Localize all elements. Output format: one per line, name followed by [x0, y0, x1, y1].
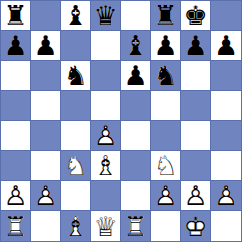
chess-board: ♖♜♗♝♕♛♖♜♔♚♙♟♙♟♗♝♙♟♙♟♙♟♘♞♙♟♘♞♟♙♞♘♝♗♞♘♟♙♟♙… — [0, 0, 242, 242]
square-d2[interactable] — [91, 181, 121, 211]
square-g3[interactable] — [181, 151, 211, 181]
black-knight[interactable]: ♘♞ — [151, 61, 180, 90]
black-pawn[interactable]: ♙♟ — [121, 61, 150, 90]
white-rook[interactable]: ♜♖ — [121, 211, 150, 241]
square-b7[interactable]: ♙♟ — [31, 31, 61, 61]
white-bishop[interactable]: ♝♗ — [61, 211, 90, 241]
square-a1[interactable]: ♜♖ — [1, 211, 31, 241]
square-h3[interactable] — [211, 151, 241, 181]
square-b2[interactable]: ♟♙ — [31, 181, 61, 211]
square-g4[interactable] — [181, 121, 211, 151]
black-bishop[interactable]: ♗♝ — [121, 31, 150, 60]
square-g1[interactable]: ♚♔ — [181, 211, 211, 241]
square-h7[interactable]: ♙♟ — [211, 31, 241, 61]
square-g2[interactable]: ♟♙ — [181, 181, 211, 211]
square-c2[interactable] — [61, 181, 91, 211]
square-e2[interactable] — [121, 181, 151, 211]
square-e4[interactable] — [121, 121, 151, 151]
square-d3[interactable]: ♝♗ — [91, 151, 121, 181]
black-queen[interactable]: ♕♛ — [91, 1, 120, 30]
white-pawn[interactable]: ♟♙ — [91, 121, 120, 150]
black-bishop[interactable]: ♗♝ — [61, 1, 90, 30]
white-queen[interactable]: ♛♕ — [91, 211, 120, 241]
square-f6[interactable]: ♘♞ — [151, 61, 181, 91]
black-rook[interactable]: ♖♜ — [1, 1, 30, 30]
white-rook[interactable]: ♜♖ — [1, 211, 30, 241]
square-c5[interactable] — [61, 91, 91, 121]
square-b5[interactable] — [31, 91, 61, 121]
black-pawn[interactable]: ♙♟ — [211, 31, 241, 60]
square-e1[interactable]: ♜♖ — [121, 211, 151, 241]
square-a2[interactable]: ♟♙ — [1, 181, 31, 211]
square-g7[interactable]: ♙♟ — [181, 31, 211, 61]
square-e6[interactable]: ♙♟ — [121, 61, 151, 91]
square-b8[interactable] — [31, 1, 61, 31]
white-pawn[interactable]: ♟♙ — [31, 181, 60, 210]
square-f8[interactable]: ♖♜ — [151, 1, 181, 31]
square-f7[interactable]: ♙♟ — [151, 31, 181, 61]
square-b6[interactable] — [31, 61, 61, 91]
square-f5[interactable] — [151, 91, 181, 121]
square-h1[interactable] — [211, 211, 241, 241]
square-c6[interactable]: ♘♞ — [61, 61, 91, 91]
square-d6[interactable] — [91, 61, 121, 91]
square-e7[interactable]: ♗♝ — [121, 31, 151, 61]
white-pawn[interactable]: ♟♙ — [181, 181, 210, 210]
square-a6[interactable] — [1, 61, 31, 91]
square-a4[interactable] — [1, 121, 31, 151]
square-g6[interactable] — [181, 61, 211, 91]
square-a7[interactable]: ♙♟ — [1, 31, 31, 61]
square-d8[interactable]: ♕♛ — [91, 1, 121, 31]
square-d4[interactable]: ♟♙ — [91, 121, 121, 151]
black-rook[interactable]: ♖♜ — [151, 1, 180, 30]
square-f2[interactable]: ♟♙ — [151, 181, 181, 211]
square-e5[interactable] — [121, 91, 151, 121]
square-c4[interactable] — [61, 121, 91, 151]
square-d5[interactable] — [91, 91, 121, 121]
square-d7[interactable] — [91, 31, 121, 61]
black-king[interactable]: ♔♚ — [181, 1, 210, 30]
square-b3[interactable] — [31, 151, 61, 181]
square-c1[interactable]: ♝♗ — [61, 211, 91, 241]
square-d1[interactable]: ♛♕ — [91, 211, 121, 241]
square-h8[interactable] — [211, 1, 241, 31]
square-b4[interactable] — [31, 121, 61, 151]
square-h6[interactable] — [211, 61, 241, 91]
white-knight[interactable]: ♞♘ — [61, 151, 90, 180]
white-pawn[interactable]: ♟♙ — [211, 181, 241, 210]
black-pawn[interactable]: ♙♟ — [31, 31, 60, 60]
square-a3[interactable] — [1, 151, 31, 181]
square-h4[interactable] — [211, 121, 241, 151]
square-e8[interactable] — [121, 1, 151, 31]
square-c8[interactable]: ♗♝ — [61, 1, 91, 31]
square-g5[interactable] — [181, 91, 211, 121]
square-e3[interactable] — [121, 151, 151, 181]
black-pawn[interactable]: ♙♟ — [151, 31, 180, 60]
white-bishop[interactable]: ♝♗ — [91, 151, 120, 180]
black-knight[interactable]: ♘♞ — [61, 61, 90, 90]
square-f3[interactable]: ♞♘ — [151, 151, 181, 181]
white-king[interactable]: ♚♔ — [181, 211, 210, 241]
black-pawn[interactable]: ♙♟ — [181, 31, 210, 60]
square-g8[interactable]: ♔♚ — [181, 1, 211, 31]
square-c3[interactable]: ♞♘ — [61, 151, 91, 181]
square-c7[interactable] — [61, 31, 91, 61]
square-a8[interactable]: ♖♜ — [1, 1, 31, 31]
white-knight[interactable]: ♞♘ — [151, 151, 180, 180]
black-pawn[interactable]: ♙♟ — [1, 31, 30, 60]
square-h2[interactable]: ♟♙ — [211, 181, 241, 211]
square-f1[interactable] — [151, 211, 181, 241]
square-a5[interactable] — [1, 91, 31, 121]
white-pawn[interactable]: ♟♙ — [1, 181, 30, 210]
white-pawn[interactable]: ♟♙ — [151, 181, 180, 210]
square-b1[interactable] — [31, 211, 61, 241]
square-f4[interactable] — [151, 121, 181, 151]
square-h5[interactable] — [211, 91, 241, 121]
